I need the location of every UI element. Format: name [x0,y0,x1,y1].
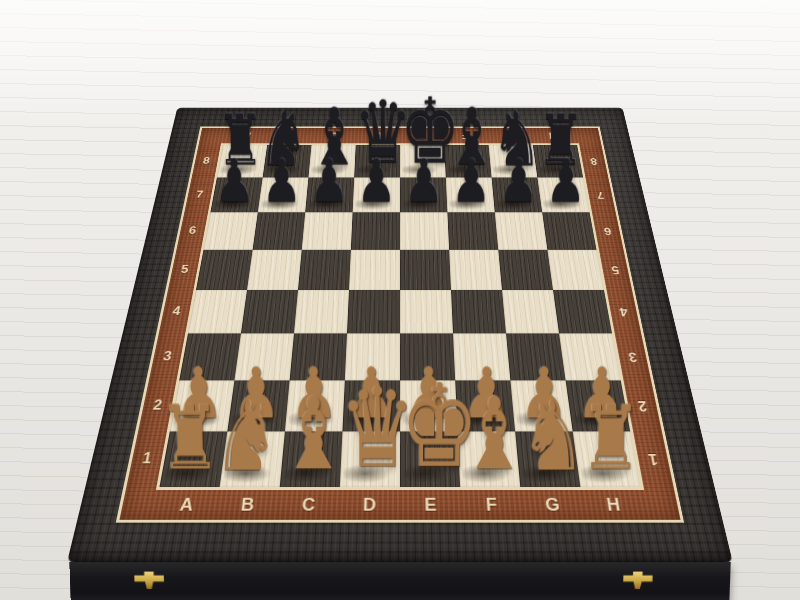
square-g8[interactable] [489,145,538,178]
square-f5[interactable] [449,250,502,290]
box-front-panel [69,562,730,600]
square-e6[interactable] [400,212,449,249]
square-f7[interactable] [446,177,495,212]
square-a7[interactable] [210,177,262,212]
piece-white-bishop-c1[interactable]: ♝ [280,431,343,487]
table-surface: ABCDEFGH ABCDEFGH 87654321 87654321 ♜♞♝♛… [0,0,800,600]
file-label: C [312,128,357,143]
square-c6[interactable] [302,212,353,249]
file-label: A [223,128,269,143]
chess-box: ABCDEFGH ABCDEFGH 87654321 87654321 ♜♞♝♛… [67,108,733,563]
square-d7[interactable] [353,177,400,212]
square-c8[interactable] [308,145,355,178]
knight-glyph: ♞ [219,389,281,481]
file-label: H [530,128,576,143]
piece-white-queen-d1[interactable]: ♛ [340,431,400,487]
square-b8[interactable] [263,145,312,178]
square-c7[interactable] [305,177,354,212]
piece-white-bishop-f1[interactable]: ♝ [458,431,521,487]
square-h5[interactable] [547,250,604,290]
square-d8[interactable] [354,145,400,178]
square-b7[interactable] [258,177,309,212]
file-label: D [356,128,400,143]
square-a8[interactable] [217,145,267,178]
square-e7[interactable] [400,177,447,212]
rook-glyph: ♜ [580,397,642,481]
square-a6[interactable] [203,212,257,249]
bishop-glyph: ♝ [279,387,340,481]
file-label: B [267,128,313,143]
square-g7[interactable] [492,177,543,212]
clasp-icon-left[interactable] [134,572,164,589]
rook-glyph: ♜ [158,397,220,481]
square-e8[interactable] [400,145,446,178]
clasp-icon-right[interactable] [623,572,653,589]
square-f8[interactable] [444,145,491,178]
queen-glyph: ♛ [339,377,400,481]
square-c5[interactable] [298,250,351,290]
square-b6[interactable] [253,212,306,249]
file-label: E [400,128,444,143]
file-labels-top: ABCDEFGH [223,128,577,143]
bishop-glyph: ♝ [460,387,521,481]
square-f6[interactable] [447,212,498,249]
knight-glyph: ♞ [520,389,582,481]
square-b5[interactable] [247,250,302,290]
square-a5[interactable] [196,250,253,290]
square-h8[interactable] [533,145,583,178]
piece-white-knight-b1[interactable]: ♞ [220,431,285,487]
piece-white-knight-g1[interactable]: ♞ [515,431,580,487]
square-h6[interactable] [542,212,596,249]
square-g5[interactable] [498,250,553,290]
square-d6[interactable] [351,212,400,249]
square-g6[interactable] [495,212,548,249]
file-label: F [443,128,488,143]
square-e5[interactable] [400,250,451,290]
file-label: G [487,128,533,143]
square-d5[interactable] [349,250,400,290]
square-h7[interactable] [537,177,589,212]
